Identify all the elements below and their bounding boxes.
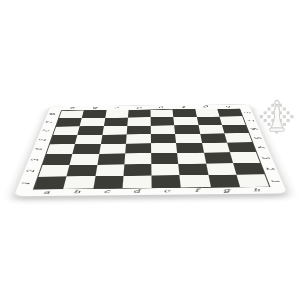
square-d3 — [124, 153, 151, 164]
square-a2 — [39, 165, 70, 177]
square-d5 — [126, 134, 151, 144]
square-c7 — [103, 118, 127, 126]
square-h6 — [222, 124, 249, 133]
board-grid — [33, 109, 271, 190]
chess-piece-silhouette — [271, 105, 283, 128]
square-e4 — [151, 143, 177, 153]
square-c5 — [100, 134, 126, 144]
square-c1 — [93, 176, 123, 189]
square-e2 — [151, 164, 179, 176]
square-b7 — [80, 118, 105, 126]
square-a6 — [53, 126, 80, 135]
square-b4 — [73, 144, 101, 154]
square-a1 — [34, 176, 67, 189]
square-a7 — [56, 118, 82, 126]
square-h1 — [236, 174, 269, 187]
square-g4 — [202, 143, 230, 153]
square-d1 — [122, 175, 151, 188]
square-f1 — [180, 175, 211, 188]
square-f7 — [174, 117, 198, 125]
square-d6 — [126, 125, 150, 134]
square-f2 — [178, 163, 207, 175]
square-c4 — [99, 144, 126, 154]
square-f5 — [175, 134, 201, 143]
square-a4 — [46, 144, 75, 154]
square-f3 — [177, 153, 205, 164]
square-b1 — [64, 176, 95, 189]
square-b5 — [75, 135, 102, 145]
square-h3 — [230, 152, 260, 163]
product-photo: abcdefgh abcdefgh 87654321 87654321 — [0, 0, 300, 300]
square-d4 — [125, 143, 151, 153]
square-e3 — [151, 153, 178, 164]
square-a3 — [43, 154, 73, 165]
square-h5 — [224, 133, 252, 142]
square-c6 — [102, 126, 127, 135]
square-f6 — [174, 125, 199, 134]
square-d2 — [123, 164, 151, 176]
square-h2 — [233, 163, 265, 175]
square-c3 — [97, 154, 125, 165]
square-h4 — [227, 142, 256, 152]
piece-base — [270, 128, 284, 131]
square-e1 — [151, 175, 181, 188]
square-g3 — [204, 152, 233, 163]
square-g6 — [198, 125, 224, 134]
square-b6 — [78, 126, 104, 135]
board-mat: abcdefgh abcdefgh 87654321 87654321 — [13, 104, 289, 196]
chess-board: abcdefgh abcdefgh 87654321 87654321 — [33, 26, 267, 260]
square-e7 — [151, 117, 175, 125]
square-b3 — [70, 154, 99, 165]
square-c2 — [95, 164, 124, 176]
square-f4 — [176, 143, 203, 153]
square-g5 — [200, 133, 227, 142]
square-b2 — [67, 164, 97, 176]
square-d7 — [127, 117, 151, 125]
square-e6 — [151, 125, 176, 134]
square-g7 — [196, 117, 221, 125]
square-h7 — [219, 116, 245, 124]
square-g2 — [206, 163, 237, 175]
square-e5 — [151, 134, 176, 144]
square-a5 — [50, 135, 78, 145]
square-g1 — [208, 175, 240, 188]
